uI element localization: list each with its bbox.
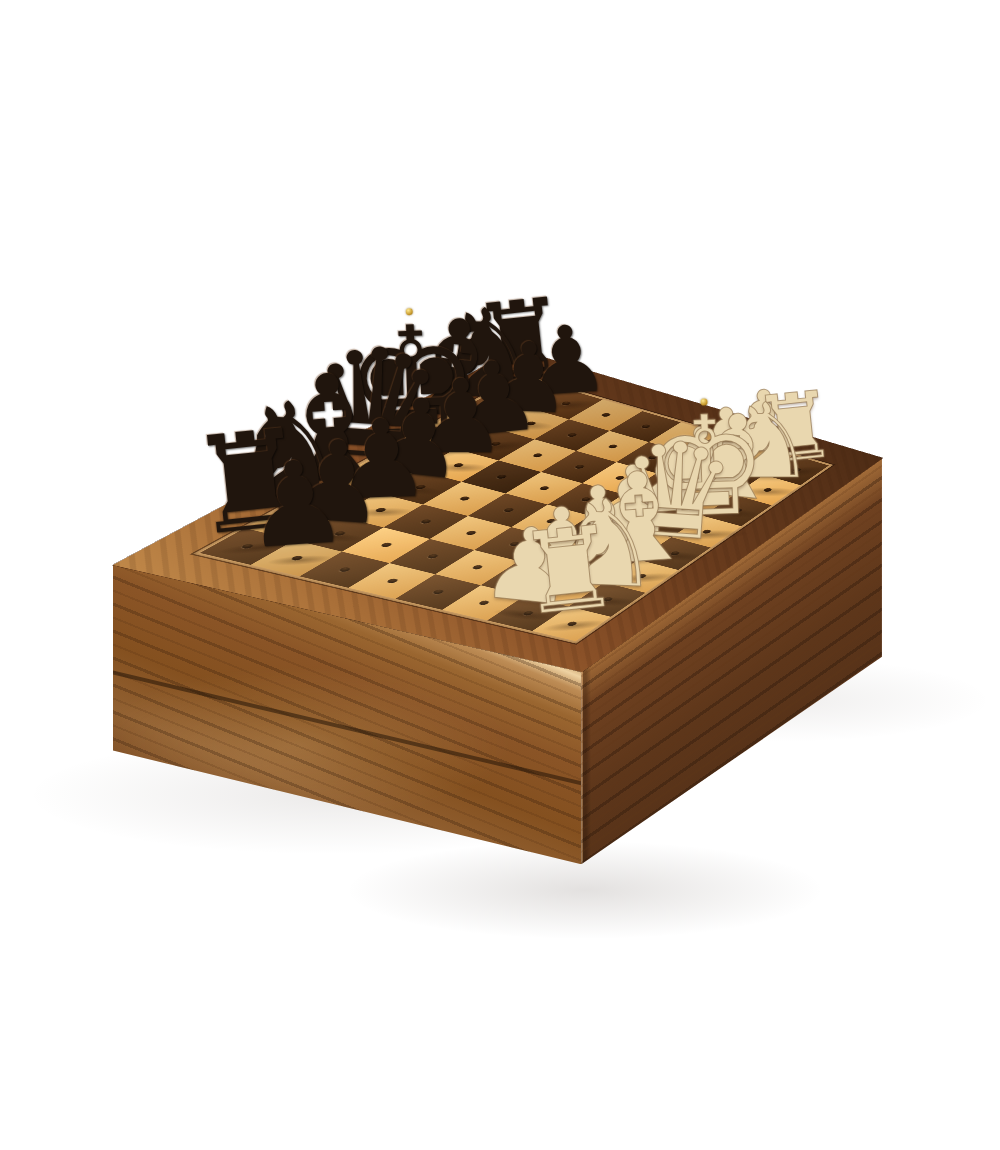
brass-finial [700,398,707,405]
pieces-layer: ♜♟♟♜♞♟♟♞♝♟♟♝♚♟♟♚♛♟♟♛♝♟♟♝♞♟♟♞♜♟♟♜ [0,0,1000,1150]
brass-finial [406,308,413,315]
photo-scene: ♜♟♟♜♞♟♟♞♝♟♟♝♚♟♟♚♛♟♟♛♝♟♟♝♞♟♟♞♜♟♟♜ [0,0,1000,1150]
white-rook[interactable]: ♜ [513,510,625,632]
black-pawn[interactable]: ♟ [241,443,352,565]
